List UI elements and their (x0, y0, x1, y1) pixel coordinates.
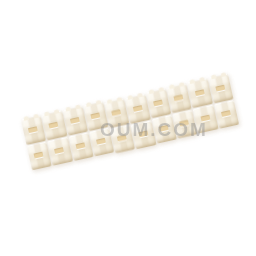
watermark-text: OUM.COM (100, 119, 208, 141)
cable-tie-mount (214, 100, 239, 129)
product-photo: OUM.COM (0, 0, 256, 256)
mount-slot (221, 110, 231, 117)
mount-slot (132, 105, 142, 112)
mount-slot (34, 152, 44, 159)
cable-tie-mount (208, 74, 233, 103)
mount-slot (70, 117, 80, 124)
mount-slot (215, 85, 225, 92)
mount-slot (55, 147, 65, 154)
mount-slot (174, 94, 184, 101)
mount-slot (49, 121, 59, 128)
mount-slot (153, 99, 163, 106)
mount-slot (90, 112, 100, 119)
mount-slot (112, 109, 122, 116)
mount-slot (75, 143, 85, 150)
mount-slot (28, 126, 38, 133)
mount-slot (194, 89, 204, 96)
